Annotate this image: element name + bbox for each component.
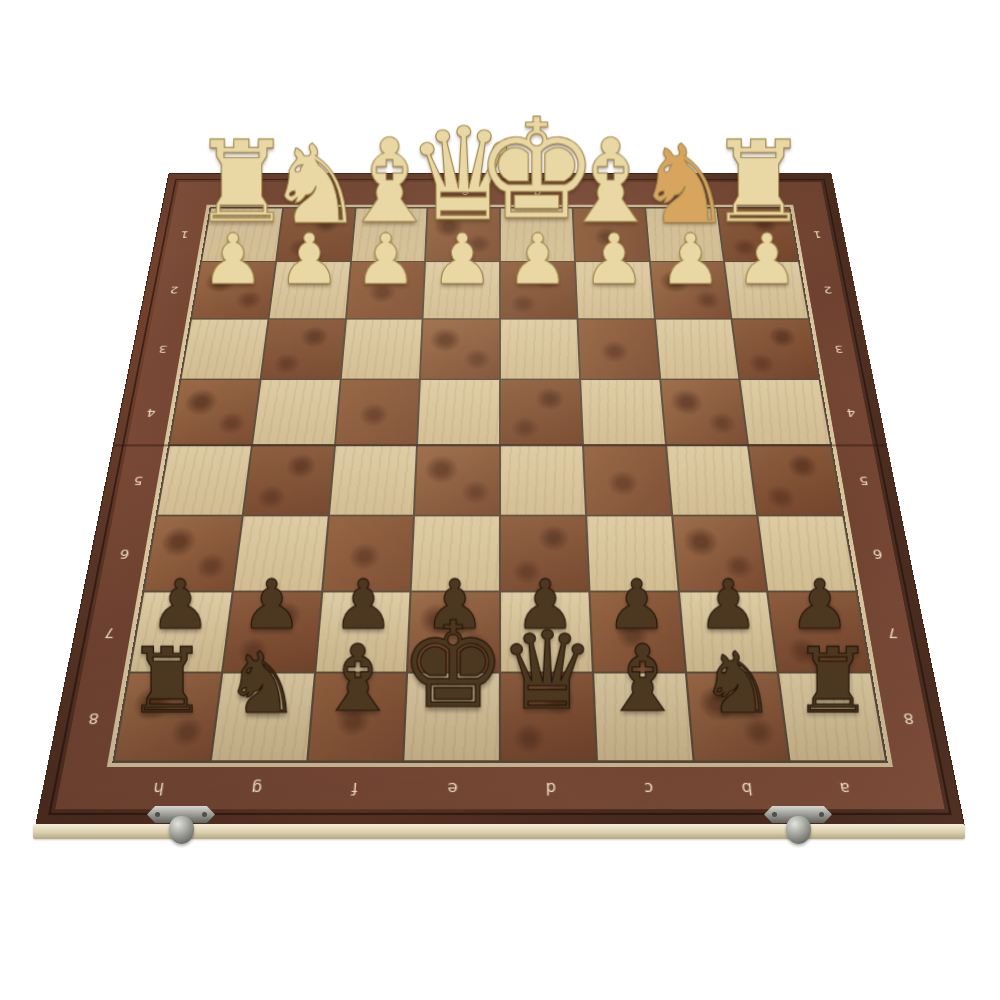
square-c2[interactable]: ♟: [576, 262, 654, 318]
chessboard-scene: ♜♞♝♛♚♝♞♜♟♟♟♟♟♟♟♟♟♟♟♟♟♟♟♟♜♞♝♚♛♝♞♜ 1122334…: [113, 58, 887, 832]
square-f2[interactable]: ♟: [347, 262, 425, 318]
white-pawn[interactable]: ♟: [278, 225, 341, 295]
black-pawn[interactable]: ♟: [697, 571, 758, 639]
square-c5[interactable]: [584, 446, 671, 515]
square-h5[interactable]: [158, 446, 251, 515]
square-c4[interactable]: [581, 380, 665, 444]
right-hinge: [764, 800, 832, 850]
square-b5[interactable]: [667, 446, 757, 515]
square-a2[interactable]: ♟: [725, 262, 808, 318]
square-b8[interactable]: ♞: [687, 674, 789, 761]
square-a3[interactable]: [733, 319, 819, 379]
square-g2[interactable]: ♟: [269, 262, 349, 318]
square-d8[interactable]: ♛: [501, 674, 595, 761]
black-queen[interactable]: ♛: [499, 617, 596, 725]
black-rook[interactable]: ♜: [792, 635, 872, 725]
square-c3[interactable]: [578, 319, 659, 379]
black-pawn[interactable]: ♟: [241, 571, 302, 639]
square-a4[interactable]: [741, 380, 830, 444]
white-pawn[interactable]: ♟: [583, 225, 646, 295]
square-e2[interactable]: ♟: [424, 262, 499, 318]
white-pawn[interactable]: ♟: [354, 225, 417, 295]
square-d4[interactable]: [501, 380, 582, 444]
square-b4[interactable]: [661, 380, 747, 444]
square-g3[interactable]: [261, 319, 344, 379]
square-h8[interactable]: ♜: [115, 674, 221, 761]
square-f4[interactable]: [336, 380, 420, 444]
square-g5[interactable]: [244, 446, 334, 515]
black-bishop[interactable]: ♝: [316, 633, 398, 725]
chessboard: ♜♞♝♛♚♝♞♜♟♟♟♟♟♟♟♟♟♟♟♟♟♟♟♟♜♞♝♚♛♝♞♜ 1122334…: [35, 173, 965, 825]
square-d3[interactable]: [501, 319, 579, 379]
square-b3[interactable]: [655, 319, 738, 379]
square-f3[interactable]: [341, 319, 422, 379]
square-a8[interactable]: ♜: [779, 674, 885, 761]
black-knight[interactable]: ♞: [699, 640, 775, 725]
square-h3[interactable]: [182, 319, 268, 379]
black-rook[interactable]: ♜: [127, 635, 207, 725]
square-e8[interactable]: ♚: [405, 674, 499, 761]
square-h4[interactable]: [170, 380, 259, 444]
square-g4[interactable]: [253, 380, 339, 444]
white-pawn[interactable]: ♟: [202, 225, 265, 295]
square-g8[interactable]: ♞: [212, 674, 314, 761]
square-e5[interactable]: [415, 446, 499, 515]
black-bishop[interactable]: ♝: [601, 633, 683, 725]
square-b2[interactable]: ♟: [650, 262, 730, 318]
square-e4[interactable]: [418, 380, 499, 444]
square-f8[interactable]: ♝: [308, 674, 406, 761]
square-f5[interactable]: [329, 446, 416, 515]
square-h2[interactable]: ♟: [192, 262, 275, 318]
square-e3[interactable]: [421, 319, 499, 379]
white-pawn[interactable]: ♟: [507, 225, 570, 295]
square-a5[interactable]: [749, 446, 842, 515]
square-c8[interactable]: ♝: [594, 674, 692, 761]
black-knight[interactable]: ♞: [224, 640, 300, 725]
playing-area: ♜♞♝♛♚♝♞♜♟♟♟♟♟♟♟♟♟♟♟♟♟♟♟♟♜♞♝♚♛♝♞♜: [112, 207, 887, 762]
square-d2[interactable]: ♟: [501, 262, 576, 318]
white-pawn[interactable]: ♟: [735, 225, 798, 295]
white-pawn[interactable]: ♟: [431, 225, 494, 295]
product-photo-background: ♜♞♝♛♚♝♞♜♟♟♟♟♟♟♟♟♟♟♟♟♟♟♟♟♜♞♝♚♛♝♞♜ 1122334…: [0, 0, 1000, 1000]
black-king[interactable]: ♚: [399, 606, 506, 725]
square-d5[interactable]: [501, 446, 585, 515]
hinge-knob-icon: [169, 816, 194, 844]
left-hinge: [147, 800, 215, 850]
hinge-knob-icon: [786, 816, 811, 844]
white-pawn[interactable]: ♟: [659, 225, 722, 295]
